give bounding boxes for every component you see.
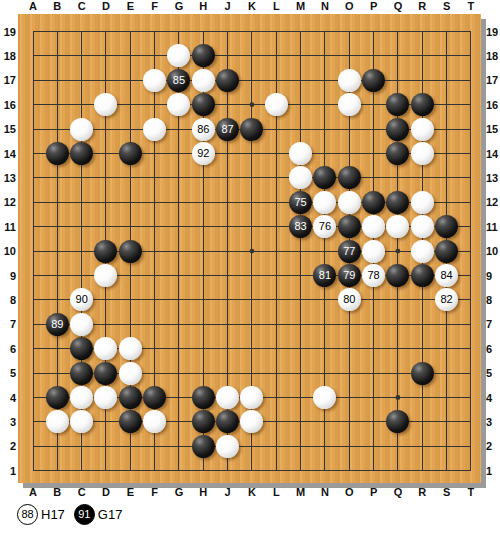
- black-stone-R9: [411, 264, 434, 287]
- row-label-left-7: 7: [0, 317, 16, 331]
- row-label-left-15: 15: [0, 122, 16, 136]
- moves-caption: 88 H17 91 G17: [17, 503, 128, 525]
- row-label-left-11: 11: [0, 220, 16, 234]
- white-stone-L16: [265, 93, 288, 116]
- black-stone-B7-move-89: 89: [46, 313, 69, 336]
- black-stone-H2: [192, 435, 215, 458]
- col-label-top-R: R: [410, 0, 434, 13]
- row-label-left-4: 4: [0, 391, 16, 405]
- col-label-bottom-P: P: [362, 486, 386, 499]
- white-stone-C7: [70, 313, 93, 336]
- col-label-bottom-E: E: [118, 486, 142, 499]
- row-label-right-10: 10: [486, 244, 500, 258]
- black-stone-P17: [362, 69, 385, 92]
- row-label-left-8: 8: [0, 293, 16, 307]
- black-stone-E10: [119, 240, 142, 263]
- row-label-right-17: 17: [486, 73, 500, 87]
- black-stone-M12-move-75: 75: [289, 191, 312, 214]
- row-label-right-11: 11: [486, 220, 500, 234]
- row-label-right-6: 6: [486, 342, 500, 356]
- col-label-top-S: S: [435, 0, 459, 13]
- caption-coord-91: G17: [98, 507, 123, 522]
- white-stone-E6: [119, 337, 142, 360]
- black-stone-R16: [411, 93, 434, 116]
- row-label-right-3: 3: [486, 415, 500, 429]
- col-label-top-M: M: [289, 0, 313, 13]
- white-stone-P9-move-78: 78: [362, 264, 385, 287]
- row-label-left-2: 2: [0, 439, 16, 453]
- col-label-bottom-T: T: [459, 486, 483, 499]
- black-stone-D10: [94, 240, 117, 263]
- white-stone-C15: [70, 118, 93, 141]
- white-stone-R11: [411, 215, 434, 238]
- black-stone-E14: [119, 142, 142, 165]
- row-label-left-3: 3: [0, 415, 16, 429]
- white-stone-R12: [411, 191, 434, 214]
- col-label-top-D: D: [94, 0, 118, 13]
- row-label-right-2: 2: [486, 439, 500, 453]
- row-label-left-6: 6: [0, 342, 16, 356]
- row-label-left-19: 19: [0, 25, 16, 39]
- white-stone-H15-move-86: 86: [192, 118, 215, 141]
- white-stone-F17: [143, 69, 166, 92]
- col-label-bottom-O: O: [337, 486, 361, 499]
- black-stone-D5: [94, 362, 117, 385]
- col-label-top-H: H: [191, 0, 215, 13]
- col-label-bottom-J: J: [216, 486, 240, 499]
- row-label-right-9: 9: [486, 269, 500, 283]
- black-stone-H16: [192, 93, 215, 116]
- col-label-bottom-B: B: [45, 486, 69, 499]
- col-label-top-C: C: [70, 0, 94, 13]
- black-stone-O11: [338, 215, 361, 238]
- white-stone-M14: [289, 142, 312, 165]
- row-label-right-12: 12: [486, 195, 500, 209]
- col-label-top-Q: Q: [386, 0, 410, 13]
- white-stone-R14: [411, 142, 434, 165]
- black-stone-K15: [240, 118, 263, 141]
- row-label-left-9: 9: [0, 269, 16, 283]
- col-label-bottom-Q: Q: [386, 486, 410, 499]
- row-label-left-14: 14: [0, 147, 16, 161]
- row-label-right-7: 7: [486, 317, 500, 331]
- white-stone-E5: [119, 362, 142, 385]
- black-stone-O9-move-79: 79: [338, 264, 361, 287]
- col-label-top-F: F: [143, 0, 167, 13]
- row-label-right-15: 15: [486, 122, 500, 136]
- col-label-bottom-R: R: [410, 486, 434, 499]
- row-label-left-12: 12: [0, 195, 16, 209]
- go-kifu-page: AABBCCDDEEFFGGHHJJKKLLMMNNOOPPQQRRSSTT19…: [0, 0, 500, 537]
- white-stone-R10: [411, 240, 434, 263]
- row-label-left-17: 17: [0, 73, 16, 87]
- white-stone-S9-move-84: 84: [435, 264, 458, 287]
- col-label-bottom-A: A: [21, 486, 45, 499]
- caption-coord-88: H17: [41, 507, 65, 522]
- col-label-bottom-K: K: [240, 486, 264, 499]
- row-label-right-19: 19: [486, 25, 500, 39]
- row-label-right-16: 16: [486, 98, 500, 112]
- col-label-bottom-L: L: [264, 486, 288, 499]
- col-label-bottom-F: F: [143, 486, 167, 499]
- col-label-bottom-H: H: [191, 486, 215, 499]
- col-label-bottom-D: D: [94, 486, 118, 499]
- col-label-bottom-N: N: [313, 486, 337, 499]
- black-stone-C5: [70, 362, 93, 385]
- white-stone-C4: [70, 386, 93, 409]
- black-stone-O10-move-77: 77: [338, 240, 361, 263]
- black-stone-P12: [362, 191, 385, 214]
- col-label-top-L: L: [264, 0, 288, 13]
- black-stone-R5: [411, 362, 434, 385]
- black-stone-B4: [46, 386, 69, 409]
- row-label-left-16: 16: [0, 98, 16, 112]
- caption-white-stone-88: 88: [17, 504, 38, 525]
- col-label-top-J: J: [216, 0, 240, 13]
- white-stone-F15: [143, 118, 166, 141]
- col-label-bottom-S: S: [435, 486, 459, 499]
- caption-black-stone-91: 91: [74, 504, 95, 525]
- black-stone-E4: [119, 386, 142, 409]
- row-label-right-5: 5: [486, 366, 500, 380]
- black-stone-S10: [435, 240, 458, 263]
- white-stone-P10: [362, 240, 385, 263]
- black-stone-F4: [143, 386, 166, 409]
- row-label-left-13: 13: [0, 171, 16, 185]
- col-label-top-N: N: [313, 0, 337, 13]
- black-stone-H4: [192, 386, 215, 409]
- black-stone-B14: [46, 142, 69, 165]
- row-label-right-1: 1: [486, 464, 500, 478]
- row-label-right-4: 4: [486, 391, 500, 405]
- black-stone-Q15: [386, 118, 409, 141]
- white-stone-H17: [192, 69, 215, 92]
- row-label-left-18: 18: [0, 49, 16, 63]
- col-label-top-K: K: [240, 0, 264, 13]
- row-label-left-10: 10: [0, 244, 16, 258]
- white-stone-O16: [338, 93, 361, 116]
- row-label-left-5: 5: [0, 366, 16, 380]
- white-stone-R15: [411, 118, 434, 141]
- col-label-top-B: B: [45, 0, 69, 13]
- col-label-top-G: G: [167, 0, 191, 13]
- row-label-right-18: 18: [486, 49, 500, 63]
- black-stone-J15-move-87: 87: [216, 118, 239, 141]
- white-stone-O17: [338, 69, 361, 92]
- white-stone-J2: [216, 435, 239, 458]
- col-label-bottom-G: G: [167, 486, 191, 499]
- white-stone-O12: [338, 191, 361, 214]
- row-label-left-1: 1: [0, 464, 16, 478]
- row-label-right-13: 13: [486, 171, 500, 185]
- black-stone-J17: [216, 69, 239, 92]
- row-label-right-8: 8: [486, 293, 500, 307]
- col-label-top-P: P: [362, 0, 386, 13]
- col-label-top-A: A: [21, 0, 45, 13]
- white-stone-H14-move-92: 92: [192, 142, 215, 165]
- col-label-bottom-M: M: [289, 486, 313, 499]
- col-label-bottom-C: C: [70, 486, 94, 499]
- row-label-right-14: 14: [486, 147, 500, 161]
- col-label-top-T: T: [459, 0, 483, 13]
- col-label-top-O: O: [337, 0, 361, 13]
- black-stone-C14: [70, 142, 93, 165]
- col-label-top-E: E: [118, 0, 142, 13]
- white-stone-J4: [216, 386, 239, 409]
